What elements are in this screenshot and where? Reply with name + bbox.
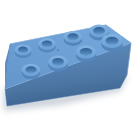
stud-r2c1 <box>22 64 41 79</box>
stud-r2c3-opening <box>80 48 92 56</box>
stud-r2c2 <box>48 56 68 72</box>
stud-r2c4-opening <box>106 37 119 45</box>
stud-r2c1-opening <box>25 66 36 73</box>
duplo-plate-illustration <box>0 0 135 135</box>
surface-blemish <box>57 49 59 51</box>
stud-r1c3 <box>64 31 83 46</box>
stud-r1c4-opening <box>93 27 105 34</box>
stud-r2c4 <box>101 34 123 52</box>
stud-r2c3 <box>76 45 97 62</box>
stud-r1c2 <box>38 38 56 52</box>
stud-r1c1 <box>15 44 32 58</box>
product-image <box>0 0 135 135</box>
stud-r1c1-opening <box>18 47 28 53</box>
stud-r1c3-opening <box>67 33 78 40</box>
stud-r2c2-opening <box>52 58 64 66</box>
stud-r1c2-opening <box>42 40 53 47</box>
